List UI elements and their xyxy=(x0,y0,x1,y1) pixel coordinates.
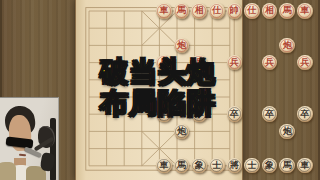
piece-black-cannon: 炮 xyxy=(174,124,190,140)
piece-red-advisor: 仕 xyxy=(244,3,260,19)
piece-black-cannon: 炮 xyxy=(279,124,295,140)
board-cell: 士 xyxy=(208,157,226,174)
board-cell: 車 xyxy=(155,2,173,19)
board-cell: 兵 xyxy=(296,54,314,71)
board-cell: 馬 xyxy=(173,157,191,174)
video-frame: 車馬相仕帥仕相馬車炮炮兵兵兵兵兵卒卒卒卒卒炮炮車馬象士將士象馬車 破当头炮 布局… xyxy=(0,0,320,180)
board-cell: 炮 xyxy=(278,37,296,54)
board-cell: 相 xyxy=(190,2,208,19)
board-cell: 炮 xyxy=(173,37,191,54)
piece-black-chariot: 車 xyxy=(156,158,172,174)
piece-red-cannon: 炮 xyxy=(279,38,295,54)
piece-black-horse: 馬 xyxy=(174,158,190,174)
piece-red-advisor: 仕 xyxy=(209,3,225,19)
piece-black-advisor: 士 xyxy=(244,158,260,174)
piece-red-elephant: 相 xyxy=(191,3,207,19)
presenter-mouth xyxy=(19,154,26,157)
board-cell: 象 xyxy=(190,157,208,174)
sunglasses xyxy=(6,136,34,148)
board-cell: 相 xyxy=(261,2,279,19)
piece-black-horse: 馬 xyxy=(279,158,295,174)
board-cell: 仕 xyxy=(243,2,261,19)
piece-red-horse: 馬 xyxy=(174,3,190,19)
board-cell: 帥 xyxy=(226,2,244,19)
board-cell: 士 xyxy=(243,157,261,174)
title-line-2: 布局陷阱 xyxy=(75,87,241,118)
piece-red-horse: 馬 xyxy=(279,3,295,19)
piece-black-elephant: 象 xyxy=(262,158,278,174)
board-cell: 卒 xyxy=(261,106,279,123)
piece-red-elephant: 相 xyxy=(262,3,278,19)
board-cell: 仕 xyxy=(208,2,226,19)
board-cell: 將 xyxy=(226,157,244,174)
title-overlay: 破当头炮 布局陷阱 xyxy=(75,56,241,118)
webcam-overlay xyxy=(0,97,59,180)
board-cell: 炮 xyxy=(173,123,191,140)
piece-black-soldier: 卒 xyxy=(297,106,313,122)
board-cell: 車 xyxy=(155,157,173,174)
board-cell: 馬 xyxy=(173,2,191,19)
piece-black-soldier: 卒 xyxy=(262,106,278,122)
piece-black-advisor: 士 xyxy=(209,158,225,174)
piece-red-general: 帥 xyxy=(227,3,243,19)
board-cell: 炮 xyxy=(278,123,296,140)
title-line-1: 破当头炮 xyxy=(75,56,241,87)
piece-red-soldier: 兵 xyxy=(262,55,278,71)
piece-red-soldier: 兵 xyxy=(297,55,313,71)
piece-red-cannon: 炮 xyxy=(174,38,190,54)
presenter-jacket xyxy=(0,162,16,180)
board-cell: 卒 xyxy=(296,106,314,123)
piece-red-chariot: 車 xyxy=(156,3,172,19)
board-cell: 車 xyxy=(296,157,314,174)
board-cell: 兵 xyxy=(261,54,279,71)
board-cell: 象 xyxy=(261,157,279,174)
piece-black-elephant: 象 xyxy=(191,158,207,174)
piece-red-chariot: 車 xyxy=(297,3,313,19)
board-cell: 馬 xyxy=(278,2,296,19)
board-cell: 馬 xyxy=(278,157,296,174)
piece-black-general: 將 xyxy=(227,158,243,174)
piece-black-chariot: 車 xyxy=(297,158,313,174)
board-cell: 車 xyxy=(296,2,314,19)
